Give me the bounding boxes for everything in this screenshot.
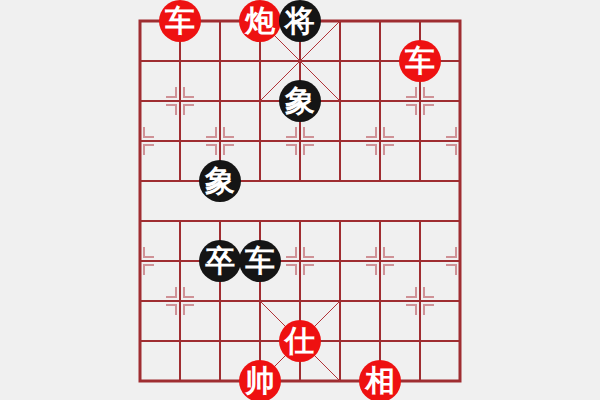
piece-red-elephant[interactable]: 相 xyxy=(359,360,401,400)
piece-red-chariot[interactable]: 车 xyxy=(159,0,201,42)
piece-black-elephant[interactable]: 象 xyxy=(279,80,321,122)
board-grid: 车炮将车象象卒车仕帅相 xyxy=(120,1,480,400)
piece-red-general[interactable]: 帅 xyxy=(239,360,281,400)
piece-black-chariot[interactable]: 车 xyxy=(239,240,281,282)
piece-black-soldier[interactable]: 卒 xyxy=(199,240,241,282)
piece-black-general[interactable]: 将 xyxy=(279,0,321,42)
piece-red-cannon[interactable]: 炮 xyxy=(239,0,281,42)
xiangqi-board: 车炮将车象象卒车仕帅相 xyxy=(0,0,600,400)
piece-black-elephant[interactable]: 象 xyxy=(199,160,241,202)
piece-red-advisor[interactable]: 仕 xyxy=(279,320,321,362)
piece-red-chariot[interactable]: 车 xyxy=(399,40,441,82)
